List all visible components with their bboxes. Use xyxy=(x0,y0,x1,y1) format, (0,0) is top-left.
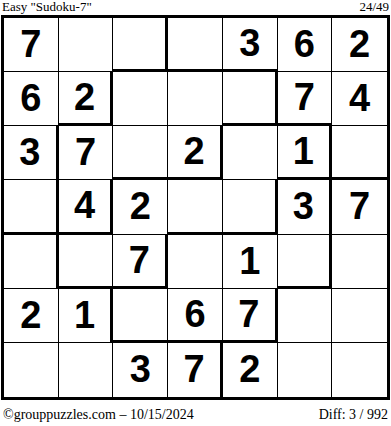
cell-r2c2[interactable]: 2 xyxy=(59,72,114,126)
cell-r1c4[interactable] xyxy=(168,18,223,72)
cell-r2c7[interactable]: 4 xyxy=(332,72,387,126)
puzzle-counter: 24/49 xyxy=(359,0,389,14)
copyright-text: ©grouppuzzles.com – 10/15/2024 xyxy=(3,407,194,423)
cell-r5c2[interactable] xyxy=(59,235,114,289)
cell-r3c1[interactable]: 3 xyxy=(4,126,59,180)
cell-r5c6[interactable] xyxy=(278,235,333,289)
cell-r3c3[interactable] xyxy=(113,126,168,180)
cell-r5c4[interactable] xyxy=(168,235,223,289)
cell-r6c2[interactable]: 1 xyxy=(59,289,114,343)
cell-r1c3[interactable] xyxy=(113,18,168,72)
cell-r5c7[interactable] xyxy=(332,235,387,289)
cell-r6c6[interactable] xyxy=(278,289,333,343)
cell-r1c1[interactable]: 7 xyxy=(4,18,59,72)
cell-r2c5[interactable] xyxy=(223,72,278,126)
cell-r7c6[interactable] xyxy=(278,343,333,397)
cell-r1c7[interactable]: 2 xyxy=(332,18,387,72)
cell-r3c4[interactable]: 2 xyxy=(168,126,223,180)
cell-r7c4[interactable]: 7 xyxy=(168,343,223,397)
cell-r2c4[interactable] xyxy=(168,72,223,126)
cell-r7c3[interactable]: 3 xyxy=(113,343,168,397)
cell-r3c2[interactable]: 7 xyxy=(59,126,114,180)
cell-r7c7[interactable] xyxy=(332,343,387,397)
cell-r6c3[interactable] xyxy=(113,289,168,343)
page-header: Easy "Sudoku-7" 24/49 xyxy=(0,0,391,15)
cell-r6c4[interactable]: 6 xyxy=(168,289,223,343)
cell-r2c6[interactable]: 7 xyxy=(278,72,333,126)
cell-r3c5[interactable] xyxy=(223,126,278,180)
cell-r4c7[interactable]: 7 xyxy=(332,180,387,234)
difficulty-text: Diff: 3 / 992 xyxy=(319,407,388,423)
cell-r5c5[interactable]: 1 xyxy=(223,235,278,289)
page-footer: ©grouppuzzles.com – 10/15/2024 Diff: 3 /… xyxy=(0,405,391,423)
cell-r3c7[interactable] xyxy=(332,126,387,180)
cell-r5c1[interactable] xyxy=(4,235,59,289)
cell-r1c2[interactable] xyxy=(59,18,114,72)
cell-r7c2[interactable] xyxy=(59,343,114,397)
cell-r4c3[interactable]: 2 xyxy=(113,180,168,234)
cell-r3c6[interactable]: 1 xyxy=(278,126,333,180)
cell-r4c6[interactable]: 3 xyxy=(278,180,333,234)
cell-r7c5[interactable]: 2 xyxy=(223,343,278,397)
puzzle-title: Easy "Sudoku-7" xyxy=(2,0,92,14)
cell-r4c1[interactable] xyxy=(4,180,59,234)
cell-r4c2[interactable]: 4 xyxy=(59,180,114,234)
cell-r1c6[interactable]: 6 xyxy=(278,18,333,72)
cell-r7c1[interactable] xyxy=(4,343,59,397)
board: 7362627437214237712167372 xyxy=(1,15,390,400)
cell-r6c5[interactable]: 7 xyxy=(223,289,278,343)
cell-r4c4[interactable] xyxy=(168,180,223,234)
cell-r6c1[interactable]: 2 xyxy=(4,289,59,343)
cell-r5c3[interactable]: 7 xyxy=(113,235,168,289)
cell-r1c5[interactable]: 3 xyxy=(223,18,278,72)
cell-r2c3[interactable] xyxy=(113,72,168,126)
cell-r4c5[interactable] xyxy=(223,180,278,234)
cell-r6c7[interactable] xyxy=(332,289,387,343)
cell-r2c1[interactable]: 6 xyxy=(4,72,59,126)
